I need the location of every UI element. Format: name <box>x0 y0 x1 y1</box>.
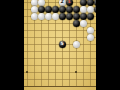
white-stone <box>80 20 87 27</box>
move-number-label: 2 <box>60 0 63 4</box>
grid-line-horizontal <box>24 65 96 66</box>
black-stone: 1 <box>66 0 73 6</box>
grid-line-horizontal <box>24 58 96 59</box>
grid-line-horizontal <box>24 79 96 80</box>
move-number-label: 1 <box>67 0 70 4</box>
white-stone <box>87 34 94 41</box>
pillarbox-left <box>0 0 24 90</box>
black-stone <box>66 6 73 13</box>
black-stone <box>59 13 66 20</box>
white-stone <box>31 0 38 6</box>
black-stone <box>38 6 45 13</box>
grid-line-horizontal <box>24 51 96 52</box>
grid-line-horizontal <box>24 30 96 31</box>
white-stone <box>38 13 45 20</box>
white-stone: 2 <box>59 0 66 6</box>
black-stone <box>66 13 73 20</box>
move-number-label: 5 <box>60 42 63 47</box>
black-stone <box>59 6 66 13</box>
pillarbox-right <box>96 0 120 90</box>
black-stone <box>52 6 59 13</box>
white-stone <box>31 6 38 13</box>
white-stone <box>38 0 45 6</box>
grid-line-horizontal <box>24 37 96 38</box>
black-stone <box>80 0 87 6</box>
grid-line-horizontal <box>24 72 96 73</box>
black-stone <box>73 20 80 27</box>
black-stone <box>45 6 52 13</box>
white-stone <box>73 41 80 48</box>
black-stone <box>87 13 94 20</box>
white-stone <box>87 6 94 13</box>
white-stone <box>80 6 87 13</box>
board-bottom-edge <box>24 86 96 87</box>
black-stone <box>73 6 80 13</box>
go-board: 215 <box>24 0 96 90</box>
go-thumbnail: 215 <box>0 0 120 90</box>
white-stone <box>52 13 59 20</box>
white-stone <box>31 13 38 20</box>
grid-line-vertical <box>27 0 28 86</box>
black-stone: 5 <box>59 41 66 48</box>
white-stone <box>87 27 94 34</box>
black-stone <box>80 13 87 20</box>
star-point <box>75 71 77 73</box>
black-stone <box>87 0 94 6</box>
white-stone <box>45 13 52 20</box>
star-point <box>26 71 28 73</box>
black-stone <box>73 13 80 20</box>
